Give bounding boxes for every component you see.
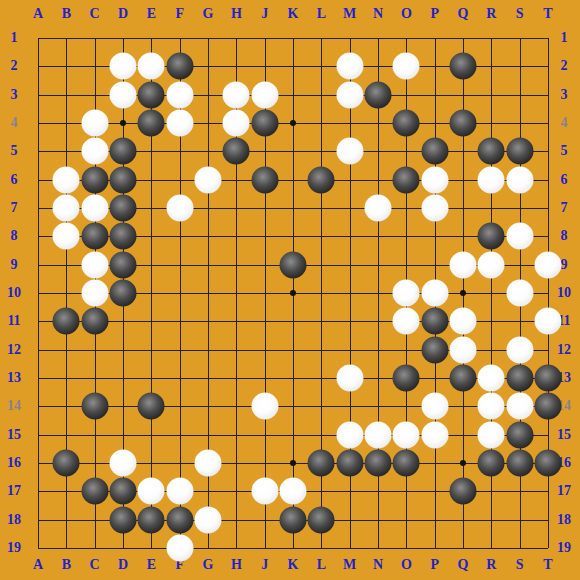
stone-white-H3[interactable] — [223, 81, 250, 108]
stone-white-C9[interactable] — [81, 251, 108, 278]
stone-white-S14[interactable] — [506, 393, 533, 420]
row-label-left-9: 9 — [11, 258, 18, 272]
stone-white-C10[interactable] — [81, 280, 108, 307]
column-label-top-B: B — [62, 7, 71, 21]
stone-black-D8[interactable] — [110, 223, 137, 250]
stone-white-B8[interactable] — [53, 223, 80, 250]
stone-white-O10[interactable] — [393, 280, 420, 307]
column-label-bottom-R: R — [486, 558, 496, 572]
stone-white-C7[interactable] — [81, 195, 108, 222]
column-label-bottom-N: N — [373, 558, 383, 572]
stone-white-M15[interactable] — [336, 421, 363, 448]
stone-white-R13[interactable] — [478, 365, 505, 392]
stone-black-E4[interactable] — [138, 110, 165, 137]
stone-black-E3[interactable] — [138, 81, 165, 108]
stone-white-J3[interactable] — [251, 81, 278, 108]
stone-black-D5[interactable] — [110, 138, 137, 165]
stone-white-J17[interactable] — [251, 478, 278, 505]
column-label-bottom-T: T — [543, 558, 552, 572]
row-label-right-3: 3 — [561, 88, 568, 102]
column-label-bottom-L: L — [317, 558, 326, 572]
stone-white-R9[interactable] — [478, 251, 505, 278]
stone-white-O15[interactable] — [393, 421, 420, 448]
stone-black-O4[interactable] — [393, 110, 420, 137]
stone-black-L18[interactable] — [308, 506, 335, 533]
stone-black-C11[interactable] — [81, 308, 108, 335]
stone-white-P14[interactable] — [421, 393, 448, 420]
column-label-top-R: R — [486, 7, 496, 21]
column-label-top-L: L — [317, 7, 326, 21]
column-label-bottom-K: K — [288, 558, 299, 572]
stone-black-T16[interactable] — [535, 450, 562, 477]
row-label-right-17: 17 — [557, 484, 571, 498]
column-label-bottom-M: M — [343, 558, 356, 572]
row-label-left-16: 16 — [7, 456, 21, 470]
stone-white-D16[interactable] — [110, 450, 137, 477]
stone-black-P12[interactable] — [421, 336, 448, 363]
row-label-right-10: 10 — [557, 286, 571, 300]
stone-white-K17[interactable] — [280, 478, 307, 505]
stone-white-G16[interactable] — [195, 450, 222, 477]
row-label-left-12: 12 — [7, 343, 21, 357]
row-label-left-4: 4 — [11, 116, 18, 130]
stone-black-N16[interactable] — [365, 450, 392, 477]
column-label-top-Q: Q — [458, 7, 469, 21]
grid-line-horizontal — [38, 406, 548, 407]
stone-black-E14[interactable] — [138, 393, 165, 420]
stone-white-P6[interactable] — [421, 166, 448, 193]
stone-white-S6[interactable] — [506, 166, 533, 193]
stone-white-M5[interactable] — [336, 138, 363, 165]
stone-white-B6[interactable] — [53, 166, 80, 193]
stone-black-C6[interactable] — [81, 166, 108, 193]
stone-black-D6[interactable] — [110, 166, 137, 193]
column-label-bottom-A: A — [33, 558, 43, 572]
stone-black-S13[interactable] — [506, 365, 533, 392]
stone-white-O11[interactable] — [393, 308, 420, 335]
stone-black-K18[interactable] — [280, 506, 307, 533]
column-label-bottom-P: P — [430, 558, 439, 572]
stone-black-T14[interactable] — [535, 393, 562, 420]
stone-white-S8[interactable] — [506, 223, 533, 250]
row-label-right-15: 15 — [557, 428, 571, 442]
column-label-top-O: O — [401, 7, 412, 21]
stone-white-D3[interactable] — [110, 81, 137, 108]
stone-white-J14[interactable] — [251, 393, 278, 420]
column-label-top-N: N — [373, 7, 383, 21]
stone-black-Q4[interactable] — [450, 110, 477, 137]
stone-white-T9[interactable] — [535, 251, 562, 278]
column-label-top-A: A — [33, 7, 43, 21]
row-label-left-5: 5 — [11, 144, 18, 158]
stone-black-D18[interactable] — [110, 506, 137, 533]
stone-white-C5[interactable] — [81, 138, 108, 165]
stone-white-M3[interactable] — [336, 81, 363, 108]
stone-white-S12[interactable] — [506, 336, 533, 363]
row-label-right-6: 6 — [561, 173, 568, 187]
stone-white-Q11[interactable] — [450, 308, 477, 335]
column-label-top-G: G — [203, 7, 214, 21]
stone-white-P10[interactable] — [421, 280, 448, 307]
stone-black-D17[interactable] — [110, 478, 137, 505]
stone-black-L16[interactable] — [308, 450, 335, 477]
row-label-left-13: 13 — [7, 371, 21, 385]
stone-white-F17[interactable] — [166, 478, 193, 505]
column-label-top-D: D — [118, 7, 128, 21]
star-point-K16 — [290, 460, 296, 466]
stone-black-Q2[interactable] — [450, 53, 477, 80]
stone-black-K9[interactable] — [280, 251, 307, 278]
stone-black-D10[interactable] — [110, 280, 137, 307]
stone-white-F4[interactable] — [166, 110, 193, 137]
row-label-left-1: 1 — [11, 31, 18, 45]
stone-black-C17[interactable] — [81, 478, 108, 505]
row-label-right-19: 19 — [557, 541, 571, 555]
stone-black-Q13[interactable] — [450, 365, 477, 392]
stone-white-N15[interactable] — [365, 421, 392, 448]
row-label-left-2: 2 — [11, 59, 18, 73]
column-label-bottom-E: E — [147, 558, 156, 572]
stone-black-D9[interactable] — [110, 251, 137, 278]
column-label-bottom-H: H — [231, 558, 242, 572]
column-label-top-E: E — [147, 7, 156, 21]
column-label-top-H: H — [231, 7, 242, 21]
stone-white-T11[interactable] — [535, 308, 562, 335]
column-label-top-M: M — [343, 7, 356, 21]
go-board[interactable]: AABBCCDDEEFFGGHHJJKKLLMMNNOOPPQQRRSSTT11… — [0, 0, 580, 580]
stone-white-M13[interactable] — [336, 365, 363, 392]
star-point-D4 — [120, 120, 126, 126]
row-label-left-19: 19 — [7, 541, 21, 555]
row-label-right-12: 12 — [557, 343, 571, 357]
stone-black-J6[interactable] — [251, 166, 278, 193]
column-label-bottom-G: G — [203, 558, 214, 572]
row-label-right-7: 7 — [561, 201, 568, 215]
row-label-right-8: 8 — [561, 229, 568, 243]
stone-white-R14[interactable] — [478, 393, 505, 420]
row-label-right-5: 5 — [561, 144, 568, 158]
stone-white-C4[interactable] — [81, 110, 108, 137]
stone-white-O2[interactable] — [393, 53, 420, 80]
stone-black-E18[interactable] — [138, 506, 165, 533]
stone-white-E2[interactable] — [138, 53, 165, 80]
row-label-left-15: 15 — [7, 428, 21, 442]
row-label-left-17: 17 — [7, 484, 21, 498]
stone-black-L6[interactable] — [308, 166, 335, 193]
stone-white-R15[interactable] — [478, 421, 505, 448]
stone-black-R8[interactable] — [478, 223, 505, 250]
row-label-left-6: 6 — [11, 173, 18, 187]
stone-black-F2[interactable] — [166, 53, 193, 80]
stone-black-T13[interactable] — [535, 365, 562, 392]
row-label-left-14: 14 — [7, 399, 21, 413]
row-label-right-9: 9 — [561, 258, 568, 272]
stone-black-B16[interactable] — [53, 450, 80, 477]
row-label-left-8: 8 — [11, 229, 18, 243]
stone-black-J4[interactable] — [251, 110, 278, 137]
stone-black-R16[interactable] — [478, 450, 505, 477]
column-label-bottom-S: S — [516, 558, 524, 572]
star-point-Q16 — [460, 460, 466, 466]
stone-black-Q17[interactable] — [450, 478, 477, 505]
column-label-bottom-D: D — [118, 558, 128, 572]
stone-black-D7[interactable] — [110, 195, 137, 222]
stone-black-N3[interactable] — [365, 81, 392, 108]
stone-black-O13[interactable] — [393, 365, 420, 392]
row-label-left-3: 3 — [11, 88, 18, 102]
stone-white-P7[interactable] — [421, 195, 448, 222]
grid-line-horizontal — [38, 435, 548, 436]
stone-white-E17[interactable] — [138, 478, 165, 505]
stone-white-N7[interactable] — [365, 195, 392, 222]
stone-white-F3[interactable] — [166, 81, 193, 108]
stone-black-S15[interactable] — [506, 421, 533, 448]
stone-white-P15[interactable] — [421, 421, 448, 448]
stone-white-Q9[interactable] — [450, 251, 477, 278]
stone-black-C14[interactable] — [81, 393, 108, 420]
column-label-top-C: C — [90, 7, 100, 21]
stone-white-F7[interactable] — [166, 195, 193, 222]
stone-white-D2[interactable] — [110, 53, 137, 80]
column-label-top-T: T — [543, 7, 552, 21]
row-label-left-10: 10 — [7, 286, 21, 300]
column-label-bottom-J: J — [261, 558, 268, 572]
stone-white-H4[interactable] — [223, 110, 250, 137]
stone-white-Q12[interactable] — [450, 336, 477, 363]
stone-black-H5[interactable] — [223, 138, 250, 165]
column-label-bottom-O: O — [401, 558, 412, 572]
stone-black-O16[interactable] — [393, 450, 420, 477]
stone-white-G18[interactable] — [195, 506, 222, 533]
column-label-top-K: K — [288, 7, 299, 21]
column-label-top-J: J — [261, 7, 268, 21]
star-point-K10 — [290, 290, 296, 296]
stone-black-S5[interactable] — [506, 138, 533, 165]
stone-black-B11[interactable] — [53, 308, 80, 335]
stone-black-F18[interactable] — [166, 506, 193, 533]
column-label-bottom-B: B — [62, 558, 71, 572]
stone-black-M16[interactable] — [336, 450, 363, 477]
row-label-right-2: 2 — [561, 59, 568, 73]
row-label-left-18: 18 — [7, 513, 21, 527]
column-label-top-P: P — [430, 7, 439, 21]
stone-black-C8[interactable] — [81, 223, 108, 250]
stone-white-R6[interactable] — [478, 166, 505, 193]
row-label-right-4: 4 — [561, 116, 568, 130]
column-label-bottom-C: C — [90, 558, 100, 572]
row-label-left-11: 11 — [7, 314, 20, 328]
stone-white-G6[interactable] — [195, 166, 222, 193]
stone-white-M2[interactable] — [336, 53, 363, 80]
stone-black-P5[interactable] — [421, 138, 448, 165]
stone-black-P11[interactable] — [421, 308, 448, 335]
stone-black-S16[interactable] — [506, 450, 533, 477]
star-point-K4 — [290, 120, 296, 126]
stone-black-O6[interactable] — [393, 166, 420, 193]
stone-white-F19[interactable] — [166, 535, 193, 562]
stone-black-R5[interactable] — [478, 138, 505, 165]
grid-line-horizontal — [38, 548, 548, 549]
stone-white-B7[interactable] — [53, 195, 80, 222]
star-point-Q10 — [460, 290, 466, 296]
stone-white-S10[interactable] — [506, 280, 533, 307]
column-label-top-S: S — [516, 7, 524, 21]
column-label-top-F: F — [175, 7, 184, 21]
row-label-left-7: 7 — [11, 201, 18, 215]
column-label-bottom-Q: Q — [458, 558, 469, 572]
row-label-right-18: 18 — [557, 513, 571, 527]
row-label-right-1: 1 — [561, 31, 568, 45]
